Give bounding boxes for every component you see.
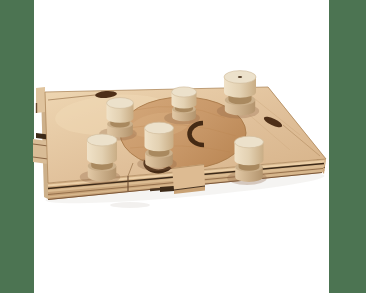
page <box>0 0 366 293</box>
puzzle-board-photo <box>0 0 366 293</box>
peg-top-face <box>87 134 117 146</box>
peg-top-face <box>235 136 264 148</box>
peg-top-face <box>172 87 197 97</box>
peg-top-face <box>145 122 174 134</box>
peg-top-face <box>107 98 134 109</box>
peg-top-hole <box>238 76 242 78</box>
left-slider-tab <box>33 139 48 164</box>
